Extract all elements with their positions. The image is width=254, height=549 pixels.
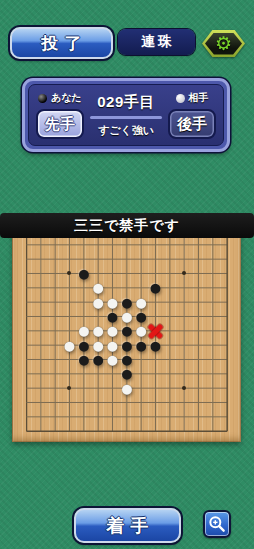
zoom-button[interactable] bbox=[203, 510, 231, 538]
opponent-label: 相手 bbox=[189, 91, 209, 105]
resign-button[interactable]: 投了 bbox=[10, 27, 113, 59]
place-move-button[interactable]: 着手 bbox=[74, 508, 181, 543]
gear-icon: ⚙ bbox=[215, 34, 232, 53]
player-column: あなた 先手 bbox=[36, 89, 84, 141]
game-board[interactable]: ●●●●●●●●●●●●●●●●●●●●●●●●●●●● bbox=[12, 218, 241, 442]
app-root: 投了 連珠 ⚙ あなた 先手 029手目 すごく強い bbox=[0, 0, 254, 549]
settings-button[interactable]: ⚙ bbox=[202, 30, 245, 57]
black-stone-indicator bbox=[38, 94, 47, 103]
difficulty-label: すごく強い bbox=[98, 123, 154, 138]
white-stone-indicator bbox=[176, 94, 185, 103]
message-bar: 三三で禁手です bbox=[0, 213, 254, 238]
opponent-row: 相手 bbox=[176, 91, 209, 105]
status-panel: あなた 先手 029手目 すごく強い 相手 後手 bbox=[22, 78, 230, 152]
center-column: 029手目 すごく強い bbox=[84, 89, 168, 141]
star-point bbox=[125, 329, 129, 333]
divider-line bbox=[90, 116, 162, 119]
move-counter: 029手目 bbox=[97, 93, 155, 112]
second-player-button[interactable]: 後手 bbox=[168, 109, 216, 139]
player-label: あなた bbox=[51, 91, 82, 105]
magnifier-plus-icon bbox=[207, 514, 227, 534]
game-title: 連珠 bbox=[118, 29, 195, 55]
first-player-button[interactable]: 先手 bbox=[36, 109, 84, 139]
board-grid: ●●●●●●●●●●●●●●●●●●●●●●●●●●●● bbox=[26, 230, 228, 432]
status-panel-inner: あなた 先手 029手目 すごく強い 相手 後手 bbox=[28, 84, 224, 146]
player-row: あなた bbox=[38, 91, 82, 105]
opponent-column: 相手 後手 bbox=[168, 89, 216, 141]
